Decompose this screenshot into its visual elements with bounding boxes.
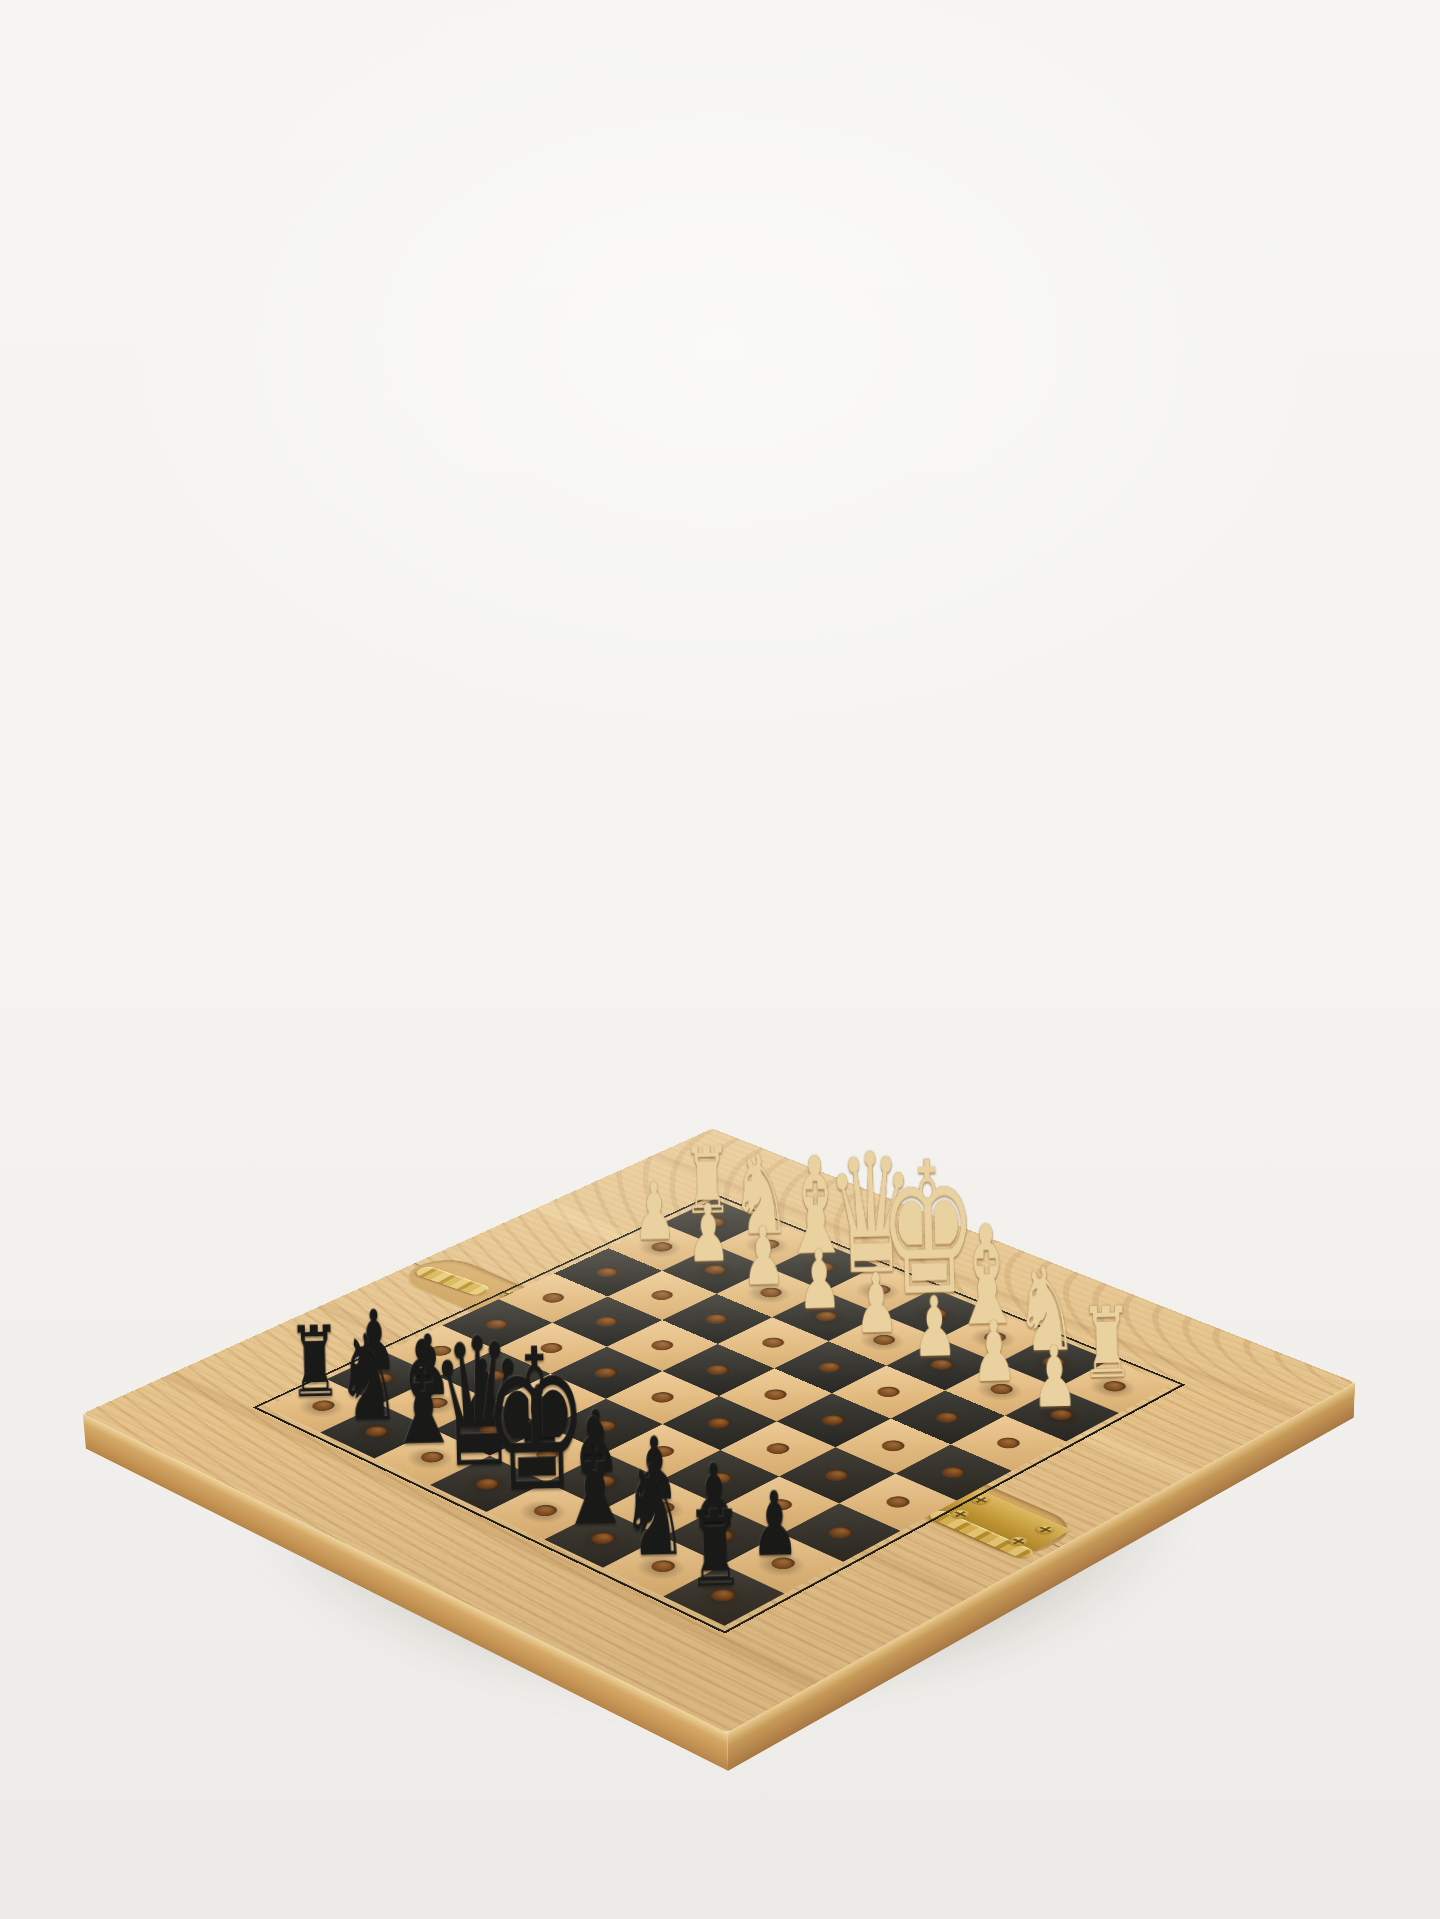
white-pawn: ♟ xyxy=(999,1336,1110,1419)
square-e4 xyxy=(719,1368,832,1421)
product-photo: Folding wooden travel chess set with peg… xyxy=(0,0,1440,1919)
black-rook: ♜ xyxy=(656,1498,774,1601)
